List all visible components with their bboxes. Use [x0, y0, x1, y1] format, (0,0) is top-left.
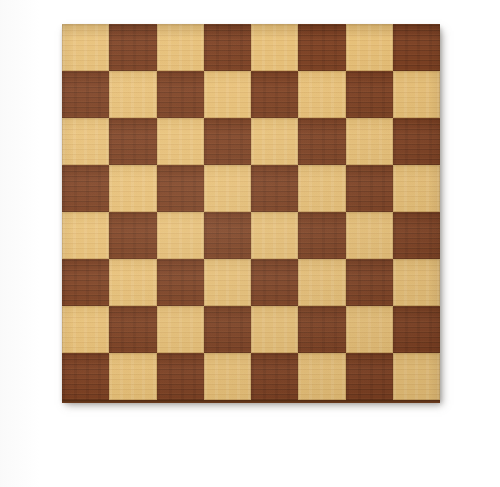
square-g2[interactable]	[346, 306, 393, 353]
square-c7[interactable]	[157, 71, 204, 118]
square-d5[interactable]	[204, 165, 251, 212]
square-f5[interactable]	[298, 165, 345, 212]
square-c4[interactable]	[157, 212, 204, 259]
square-b7[interactable]	[109, 71, 156, 118]
square-h7[interactable]	[393, 71, 440, 118]
square-g6[interactable]	[346, 118, 393, 165]
square-g1[interactable]	[346, 353, 393, 400]
square-e2[interactable]	[251, 306, 298, 353]
page-background	[0, 0, 500, 487]
square-d4[interactable]	[204, 212, 251, 259]
square-b1[interactable]	[109, 353, 156, 400]
square-h2[interactable]	[393, 306, 440, 353]
square-f3[interactable]	[298, 259, 345, 306]
square-e8[interactable]	[251, 24, 298, 71]
square-g5[interactable]	[346, 165, 393, 212]
square-a1[interactable]	[62, 353, 109, 400]
square-h1[interactable]	[393, 353, 440, 400]
square-h8[interactable]	[393, 24, 440, 71]
square-c2[interactable]	[157, 306, 204, 353]
square-c1[interactable]	[157, 353, 204, 400]
square-e3[interactable]	[251, 259, 298, 306]
square-d7[interactable]	[204, 71, 251, 118]
square-b3[interactable]	[109, 259, 156, 306]
square-h3[interactable]	[393, 259, 440, 306]
square-e7[interactable]	[251, 71, 298, 118]
square-b4[interactable]	[109, 212, 156, 259]
chess-board	[62, 24, 440, 400]
square-e6[interactable]	[251, 118, 298, 165]
square-g3[interactable]	[346, 259, 393, 306]
square-c8[interactable]	[157, 24, 204, 71]
square-c3[interactable]	[157, 259, 204, 306]
square-f2[interactable]	[298, 306, 345, 353]
square-a7[interactable]	[62, 71, 109, 118]
square-h5[interactable]	[393, 165, 440, 212]
square-g7[interactable]	[346, 71, 393, 118]
square-f4[interactable]	[298, 212, 345, 259]
square-d1[interactable]	[204, 353, 251, 400]
square-f8[interactable]	[298, 24, 345, 71]
square-f1[interactable]	[298, 353, 345, 400]
square-a3[interactable]	[62, 259, 109, 306]
square-b5[interactable]	[109, 165, 156, 212]
square-e1[interactable]	[251, 353, 298, 400]
square-d3[interactable]	[204, 259, 251, 306]
square-b2[interactable]	[109, 306, 156, 353]
square-d8[interactable]	[204, 24, 251, 71]
square-e5[interactable]	[251, 165, 298, 212]
square-h6[interactable]	[393, 118, 440, 165]
square-a6[interactable]	[62, 118, 109, 165]
square-c5[interactable]	[157, 165, 204, 212]
square-a8[interactable]	[62, 24, 109, 71]
square-a4[interactable]	[62, 212, 109, 259]
square-d6[interactable]	[204, 118, 251, 165]
square-f7[interactable]	[298, 71, 345, 118]
square-b8[interactable]	[109, 24, 156, 71]
square-d2[interactable]	[204, 306, 251, 353]
square-h4[interactable]	[393, 212, 440, 259]
square-g4[interactable]	[346, 212, 393, 259]
square-c6[interactable]	[157, 118, 204, 165]
square-e4[interactable]	[251, 212, 298, 259]
board-bottom-edge	[62, 400, 440, 403]
square-g8[interactable]	[346, 24, 393, 71]
square-a2[interactable]	[62, 306, 109, 353]
square-a5[interactable]	[62, 165, 109, 212]
square-f6[interactable]	[298, 118, 345, 165]
square-b6[interactable]	[109, 118, 156, 165]
